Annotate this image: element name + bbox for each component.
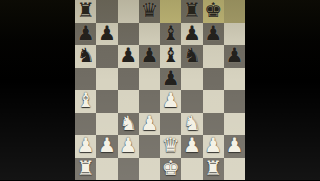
- square-a6[interactable]: ♞: [75, 45, 96, 68]
- white-pawn-piece[interactable]: ♟: [77, 135, 95, 155]
- square-a1[interactable]: ♜: [75, 158, 96, 181]
- square-b7[interactable]: ♟: [96, 23, 117, 46]
- square-e5[interactable]: ♟: [160, 68, 181, 91]
- square-d8[interactable]: ♛: [139, 0, 160, 23]
- white-king-piece[interactable]: ♚: [162, 158, 180, 178]
- black-pawn-piece[interactable]: ♟: [162, 68, 180, 88]
- square-h5[interactable]: [224, 68, 245, 91]
- video-thumbnail-frame: ♜♛♜♚♟♟♝♟♟♞♟♟♝♞♟♟♝♟♞♟♞♟♟♟♛♟♟♟♜♚♜: [0, 0, 320, 180]
- white-pawn-piece[interactable]: ♟: [225, 135, 243, 155]
- white-pawn-piece[interactable]: ♟: [98, 135, 116, 155]
- black-knight-piece[interactable]: ♞: [183, 45, 201, 65]
- square-h3[interactable]: [224, 113, 245, 136]
- square-b2[interactable]: ♟: [96, 135, 117, 158]
- square-c5[interactable]: [118, 68, 139, 91]
- square-g3[interactable]: [203, 113, 224, 136]
- square-d3[interactable]: ♟: [139, 113, 160, 136]
- black-pawn-piece[interactable]: ♟: [140, 45, 158, 65]
- square-c2[interactable]: ♟: [118, 135, 139, 158]
- square-g6[interactable]: [203, 45, 224, 68]
- black-pawn-piece[interactable]: ♟: [77, 23, 95, 43]
- square-b3[interactable]: [96, 113, 117, 136]
- square-h6[interactable]: ♟: [224, 45, 245, 68]
- pillarbox-left: [0, 0, 75, 180]
- square-d7[interactable]: [139, 23, 160, 46]
- square-a5[interactable]: [75, 68, 96, 91]
- square-a4[interactable]: ♝: [75, 90, 96, 113]
- chess-board: ♜♛♜♚♟♟♝♟♟♞♟♟♝♞♟♟♝♟♞♟♞♟♟♟♛♟♟♟♜♚♜: [75, 0, 245, 180]
- square-h8[interactable]: [224, 0, 245, 23]
- square-b1[interactable]: [96, 158, 117, 181]
- white-pawn-piece[interactable]: ♟: [119, 135, 137, 155]
- square-b8[interactable]: [96, 0, 117, 23]
- square-e8[interactable]: [160, 0, 181, 23]
- square-f8[interactable]: ♜: [181, 0, 202, 23]
- square-g5[interactable]: [203, 68, 224, 91]
- white-pawn-piece[interactable]: ♟: [204, 135, 222, 155]
- black-pawn-piece[interactable]: ♟: [98, 23, 116, 43]
- black-pawn-piece[interactable]: ♟: [183, 23, 201, 43]
- square-a7[interactable]: ♟: [75, 23, 96, 46]
- white-rook-piece[interactable]: ♜: [77, 158, 95, 178]
- square-h4[interactable]: [224, 90, 245, 113]
- square-d4[interactable]: [139, 90, 160, 113]
- square-e6[interactable]: ♝: [160, 45, 181, 68]
- square-h7[interactable]: [224, 23, 245, 46]
- black-rook-piece[interactable]: ♜: [77, 0, 95, 20]
- square-f5[interactable]: [181, 68, 202, 91]
- black-knight-piece[interactable]: ♞: [77, 45, 95, 65]
- black-pawn-piece[interactable]: ♟: [119, 45, 137, 65]
- square-f7[interactable]: ♟: [181, 23, 202, 46]
- square-b6[interactable]: [96, 45, 117, 68]
- white-pawn-piece[interactable]: ♟: [140, 113, 158, 133]
- square-e7[interactable]: ♝: [160, 23, 181, 46]
- square-c3[interactable]: ♞: [118, 113, 139, 136]
- black-rook-piece[interactable]: ♜: [183, 0, 201, 20]
- white-pawn-piece[interactable]: ♟: [162, 90, 180, 110]
- square-e1[interactable]: ♚: [160, 158, 181, 181]
- square-c1[interactable]: [118, 158, 139, 181]
- square-e2[interactable]: ♛: [160, 135, 181, 158]
- square-c7[interactable]: [118, 23, 139, 46]
- square-e3[interactable]: [160, 113, 181, 136]
- square-a3[interactable]: [75, 113, 96, 136]
- square-g7[interactable]: ♟: [203, 23, 224, 46]
- white-knight-piece[interactable]: ♞: [119, 113, 137, 133]
- white-pawn-piece[interactable]: ♟: [183, 135, 201, 155]
- square-h2[interactable]: ♟: [224, 135, 245, 158]
- square-f6[interactable]: ♞: [181, 45, 202, 68]
- square-g8[interactable]: ♚: [203, 0, 224, 23]
- square-g1[interactable]: ♜: [203, 158, 224, 181]
- square-g2[interactable]: ♟: [203, 135, 224, 158]
- square-c8[interactable]: [118, 0, 139, 23]
- square-h1[interactable]: [224, 158, 245, 181]
- square-d2[interactable]: [139, 135, 160, 158]
- black-bishop-piece[interactable]: ♝: [162, 45, 180, 65]
- pillarbox-right: [245, 0, 320, 180]
- square-a2[interactable]: ♟: [75, 135, 96, 158]
- white-knight-piece[interactable]: ♞: [183, 113, 201, 133]
- square-b4[interactable]: [96, 90, 117, 113]
- square-c6[interactable]: ♟: [118, 45, 139, 68]
- black-pawn-piece[interactable]: ♟: [204, 23, 222, 43]
- square-b5[interactable]: [96, 68, 117, 91]
- square-a8[interactable]: ♜: [75, 0, 96, 23]
- square-d5[interactable]: [139, 68, 160, 91]
- black-king-piece[interactable]: ♚: [204, 0, 222, 20]
- black-pawn-piece[interactable]: ♟: [225, 45, 243, 65]
- square-d1[interactable]: [139, 158, 160, 181]
- square-f3[interactable]: ♞: [181, 113, 202, 136]
- black-bishop-piece[interactable]: ♝: [162, 23, 180, 43]
- square-g4[interactable]: [203, 90, 224, 113]
- white-rook-piece[interactable]: ♜: [204, 158, 222, 178]
- white-bishop-piece[interactable]: ♝: [77, 90, 95, 110]
- square-f1[interactable]: [181, 158, 202, 181]
- square-d6[interactable]: ♟: [139, 45, 160, 68]
- white-queen-piece[interactable]: ♛: [162, 135, 180, 155]
- square-e4[interactable]: ♟: [160, 90, 181, 113]
- square-c4[interactable]: [118, 90, 139, 113]
- black-queen-piece[interactable]: ♛: [140, 0, 158, 20]
- square-f4[interactable]: [181, 90, 202, 113]
- square-f2[interactable]: ♟: [181, 135, 202, 158]
